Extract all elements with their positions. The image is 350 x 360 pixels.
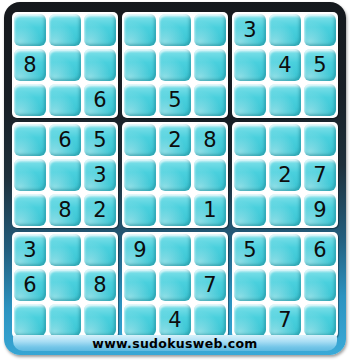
cell-r2c6[interactable] [194, 49, 226, 81]
cell-r5c4[interactable] [124, 159, 156, 191]
cell-r6c7[interactable] [234, 194, 266, 226]
cell-r6c1[interactable] [14, 194, 46, 226]
cell-r5c3[interactable]: 3 [84, 159, 116, 191]
cell-r4c3[interactable]: 5 [84, 124, 116, 156]
cell-r1c9[interactable] [304, 14, 336, 46]
cell-r1c6[interactable] [194, 14, 226, 46]
cell-r9c1[interactable] [14, 304, 46, 336]
sudoku-page: 86534565382281279368974567 www.sudokuswe… [0, 0, 350, 360]
cell-r5c5[interactable] [159, 159, 191, 191]
site-label: www.sudokusweb.com [92, 336, 257, 351]
cell-r8c4[interactable] [124, 269, 156, 301]
cell-r9c9[interactable] [304, 304, 336, 336]
box-1: 86 [12, 12, 118, 118]
cell-r5c6[interactable] [194, 159, 226, 191]
cell-r4c1[interactable] [14, 124, 46, 156]
cell-r6c3[interactable]: 2 [84, 194, 116, 226]
cell-r6c5[interactable] [159, 194, 191, 226]
cell-r1c7[interactable]: 3 [234, 14, 266, 46]
cell-r8c5[interactable] [159, 269, 191, 301]
cell-r9c8[interactable]: 7 [269, 304, 301, 336]
cell-r2c2[interactable] [49, 49, 81, 81]
cell-r7c2[interactable] [49, 234, 81, 266]
cell-r1c3[interactable] [84, 14, 116, 46]
cell-r5c8[interactable]: 2 [269, 159, 301, 191]
cell-r7c3[interactable] [84, 234, 116, 266]
box-6: 279 [232, 122, 338, 228]
cell-r3c4[interactable] [124, 84, 156, 116]
cell-r9c7[interactable] [234, 304, 266, 336]
cell-r6c8[interactable] [269, 194, 301, 226]
cell-r2c1[interactable]: 8 [14, 49, 46, 81]
cell-r2c5[interactable] [159, 49, 191, 81]
cell-r2c9[interactable]: 5 [304, 49, 336, 81]
cell-r7c7[interactable]: 5 [234, 234, 266, 266]
cell-r2c4[interactable] [124, 49, 156, 81]
cell-r9c5[interactable]: 4 [159, 304, 191, 336]
cell-r1c1[interactable] [14, 14, 46, 46]
footer-band: www.sudokusweb.com [13, 335, 337, 351]
cell-r6c4[interactable] [124, 194, 156, 226]
box-7: 368 [12, 232, 118, 338]
cell-r2c3[interactable] [84, 49, 116, 81]
box-9: 567 [232, 232, 338, 338]
cell-r9c2[interactable] [49, 304, 81, 336]
cell-r7c5[interactable] [159, 234, 191, 266]
cell-r4c9[interactable] [304, 124, 336, 156]
cell-r3c5[interactable]: 5 [159, 84, 191, 116]
cell-r8c1[interactable]: 6 [14, 269, 46, 301]
cell-r2c7[interactable] [234, 49, 266, 81]
cell-r7c4[interactable]: 9 [124, 234, 156, 266]
cell-r5c7[interactable] [234, 159, 266, 191]
cell-r6c2[interactable]: 8 [49, 194, 81, 226]
cell-r3c3[interactable]: 6 [84, 84, 116, 116]
cell-r8c9[interactable] [304, 269, 336, 301]
board-frame: 86534565382281279368974567 www.sudokuswe… [4, 2, 346, 355]
cell-r8c2[interactable] [49, 269, 81, 301]
cell-r3c6[interactable] [194, 84, 226, 116]
cell-r9c4[interactable] [124, 304, 156, 336]
cell-r3c9[interactable] [304, 84, 336, 116]
cell-r8c3[interactable]: 8 [84, 269, 116, 301]
cell-r6c9[interactable]: 9 [304, 194, 336, 226]
cell-r1c8[interactable] [269, 14, 301, 46]
cell-r3c8[interactable] [269, 84, 301, 116]
box-5: 281 [122, 122, 228, 228]
cell-r7c6[interactable] [194, 234, 226, 266]
box-4: 65382 [12, 122, 118, 228]
box-8: 974 [122, 232, 228, 338]
cell-r7c1[interactable]: 3 [14, 234, 46, 266]
cell-r4c7[interactable] [234, 124, 266, 156]
cell-r3c1[interactable] [14, 84, 46, 116]
cell-r9c3[interactable] [84, 304, 116, 336]
cell-r8c7[interactable] [234, 269, 266, 301]
cell-r4c6[interactable]: 8 [194, 124, 226, 156]
cell-r2c8[interactable]: 4 [269, 49, 301, 81]
cell-r3c2[interactable] [49, 84, 81, 116]
cell-r6c6[interactable]: 1 [194, 194, 226, 226]
cell-r4c2[interactable]: 6 [49, 124, 81, 156]
cell-r4c8[interactable] [269, 124, 301, 156]
cell-r4c5[interactable]: 2 [159, 124, 191, 156]
cell-r8c8[interactable] [269, 269, 301, 301]
cell-r5c9[interactable]: 7 [304, 159, 336, 191]
cell-r9c6[interactable] [194, 304, 226, 336]
cell-r5c1[interactable] [14, 159, 46, 191]
cell-r5c2[interactable] [49, 159, 81, 191]
cell-r1c5[interactable] [159, 14, 191, 46]
cell-r7c9[interactable]: 6 [304, 234, 336, 266]
sudoku-board: 86534565382281279368974567 [12, 12, 338, 338]
cell-r7c8[interactable] [269, 234, 301, 266]
cell-r3c7[interactable] [234, 84, 266, 116]
box-3: 345 [232, 12, 338, 118]
cell-r1c2[interactable] [49, 14, 81, 46]
box-2: 5 [122, 12, 228, 118]
cell-r8c6[interactable]: 7 [194, 269, 226, 301]
cell-r1c4[interactable] [124, 14, 156, 46]
cell-r4c4[interactable] [124, 124, 156, 156]
